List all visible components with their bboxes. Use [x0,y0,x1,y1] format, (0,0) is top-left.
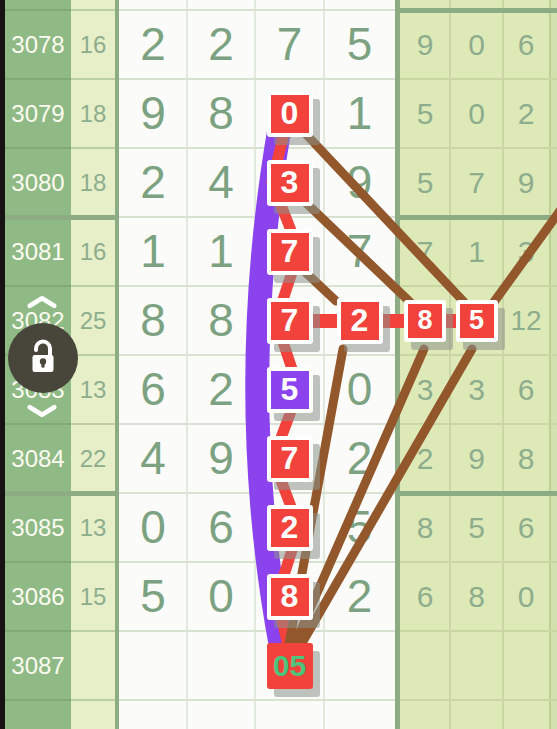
highlight-box-3082-d2: 7 [267,298,313,344]
highlight-box-3080-d2: 3 [267,160,313,206]
highlight-box-3082-r0: 8 [404,300,446,342]
highlight-box-3079-d2: 0 [267,91,313,137]
highlight-box-3082-r1: 5 [456,300,498,342]
lock-button[interactable] [8,323,78,393]
chevron-down-icon [26,403,58,419]
open-padlock-icon [23,338,63,378]
chevron-up-icon [26,294,58,310]
highlight-box-3081-d2: 7 [267,229,313,275]
highlight-box-3084-d2: 7 [267,436,313,482]
highlight-box-3085-d2: 2 [267,505,313,551]
lottery-chart-screen: 3078162275906307918981502308018249579308… [0,0,557,729]
highlight-box-3086-d2: 8 [267,574,313,620]
highlight-box-3087-d2: 05 [267,643,313,689]
highlight-box-3082-d3: 2 [337,298,383,344]
highlight-box-3083-d2: 5 [267,367,313,413]
scroll-up-button[interactable] [26,294,58,310]
scroll-down-button[interactable] [26,403,58,419]
highlight-boxes-layer: 0377285572805 [0,0,557,729]
